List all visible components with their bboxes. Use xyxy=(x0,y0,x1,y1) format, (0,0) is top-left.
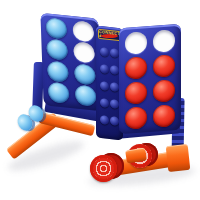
empty-slot-r1c2[interactable] xyxy=(73,20,95,42)
logo-text: CONNECT 4 xyxy=(99,30,120,40)
spine-knob-icon xyxy=(110,82,119,92)
red-disc-r4c3[interactable] xyxy=(125,106,147,130)
spine-knob-icon xyxy=(110,99,119,109)
blue-disc-r2c1[interactable] xyxy=(46,39,68,61)
spine-knob-icon xyxy=(100,47,109,57)
spine-knob-icon xyxy=(100,64,109,74)
blue-disc-r4c1[interactable] xyxy=(48,82,70,104)
spine-knob-icon xyxy=(110,116,119,126)
spine-knob-icon xyxy=(100,98,109,108)
board-left-panel xyxy=(40,13,101,112)
connect-four-travel-game: CONNECT 4 xyxy=(0,0,200,200)
red-disc-r4c4[interactable] xyxy=(153,104,175,128)
blue-disc-r4c2[interactable] xyxy=(75,85,97,107)
empty-slot-r2c2[interactable] xyxy=(73,41,95,63)
blue-disc-r3c1[interactable] xyxy=(47,60,69,82)
spine-knob-icon xyxy=(110,48,119,58)
spine-knob-icon xyxy=(100,81,109,91)
red-disc-r3c3[interactable] xyxy=(125,81,147,105)
red-disc-r2c4[interactable] xyxy=(153,54,175,78)
spine-knob-icon xyxy=(110,65,119,75)
board-right-panel xyxy=(119,24,181,134)
blue-disc-r1c1[interactable] xyxy=(46,17,68,39)
red-disc-r3c4[interactable] xyxy=(153,79,175,103)
empty-slot-r1c3[interactable] xyxy=(125,31,147,55)
connect4-logo-badge: CONNECT 4 xyxy=(98,29,121,41)
spine-knob-icon xyxy=(100,115,109,125)
red-disc-front xyxy=(90,155,117,182)
red-disc-r2c3[interactable] xyxy=(125,56,147,80)
blue-disc-r3c2[interactable] xyxy=(74,63,96,85)
empty-slot-r1c4[interactable] xyxy=(153,29,175,53)
right-tray-endcap xyxy=(166,144,191,172)
